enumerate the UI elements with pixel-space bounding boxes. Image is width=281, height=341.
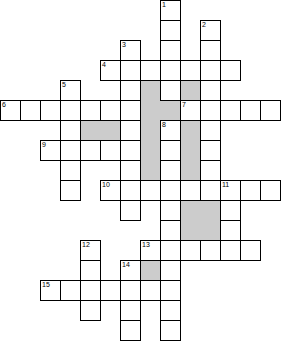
cell-r7c5[interactable]	[100, 140, 121, 161]
cell-r9c5[interactable]: 10	[100, 180, 121, 201]
clue-number-14: 14	[122, 261, 130, 269]
cell-r5c10[interactable]	[200, 100, 221, 121]
cell-r3c7[interactable]	[140, 60, 161, 81]
cell-r10c11[interactable]	[220, 200, 241, 221]
cell-r5c5[interactable]	[100, 100, 121, 121]
cell-r5c12[interactable]	[240, 100, 261, 121]
cell-r5c6[interactable]	[120, 100, 141, 121]
cell-r2c8[interactable]	[160, 40, 181, 61]
cell-r12c4[interactable]: 12	[80, 240, 101, 261]
clue-number-9: 9	[42, 141, 46, 149]
cell-r9c11[interactable]: 11	[220, 180, 241, 201]
cell-r9c9[interactable]	[180, 180, 201, 201]
clue-number-8: 8	[162, 121, 166, 129]
cell-r9c8[interactable]	[160, 180, 181, 201]
cell-r6c10[interactable]	[200, 120, 221, 141]
cell-r3c9[interactable]	[180, 60, 201, 81]
cell-r8c10[interactable]	[200, 160, 221, 181]
clue-number-2: 2	[202, 21, 206, 29]
cell-r14c4[interactable]	[80, 280, 101, 301]
cell-r7c6[interactable]	[120, 140, 141, 161]
cell-r12c7[interactable]: 13	[140, 240, 161, 261]
cell-r4c3[interactable]: 5	[60, 80, 81, 101]
cell-r13c4[interactable]	[80, 260, 101, 281]
cell-r5c11[interactable]	[220, 100, 241, 121]
cell-r3c6[interactable]	[120, 60, 141, 81]
cell-r8c6[interactable]	[120, 160, 141, 181]
cell-r14c5[interactable]	[100, 280, 121, 301]
clue-number-12: 12	[82, 241, 90, 249]
cell-r14c8[interactable]	[160, 280, 181, 301]
shaded-cell-r10c9	[180, 200, 201, 221]
cell-r5c2[interactable]	[40, 100, 61, 121]
cell-r8c8[interactable]	[160, 160, 181, 181]
cell-r3c5[interactable]: 4	[100, 60, 121, 81]
cell-r0c8[interactable]: 1	[160, 0, 181, 21]
cell-r4c6[interactable]	[120, 80, 141, 101]
cell-r10c8[interactable]	[160, 200, 181, 221]
cell-r11c11[interactable]	[220, 220, 241, 241]
cell-r3c11[interactable]	[220, 60, 241, 81]
shaded-cell-r4c7	[140, 80, 161, 101]
cell-r15c6[interactable]	[120, 300, 141, 321]
cell-r16c8[interactable]	[160, 320, 181, 341]
cell-r14c7[interactable]	[140, 280, 161, 301]
crossword-board: 123456789101112131415	[0, 0, 281, 341]
shaded-cell-r10c10	[200, 200, 221, 221]
cell-r2c6[interactable]: 3	[120, 40, 141, 61]
cell-r9c10[interactable]	[200, 180, 221, 201]
cell-r5c3[interactable]	[60, 100, 81, 121]
clue-number-6: 6	[2, 101, 6, 109]
shaded-cell-r5c7	[140, 100, 161, 121]
clue-number-4: 4	[102, 61, 106, 69]
shaded-cell-r7c7	[140, 140, 161, 161]
cell-r15c4[interactable]	[80, 300, 101, 321]
cell-r12c12[interactable]	[240, 240, 261, 261]
cell-r1c8[interactable]	[160, 20, 181, 41]
cell-r12c11[interactable]	[220, 240, 241, 261]
cell-r9c6[interactable]	[120, 180, 141, 201]
cell-r5c9[interactable]: 7	[180, 100, 201, 121]
shaded-cell-r4c9	[180, 80, 201, 101]
cell-r8c3[interactable]	[60, 160, 81, 181]
cell-r14c6[interactable]	[120, 280, 141, 301]
clue-number-5: 5	[62, 81, 66, 89]
cell-r7c2[interactable]: 9	[40, 140, 61, 161]
cell-r5c1[interactable]	[20, 100, 41, 121]
cell-r7c4[interactable]	[80, 140, 101, 161]
shaded-cell-r7c9	[180, 140, 201, 161]
shaded-cell-r6c5	[100, 120, 121, 141]
cell-r6c6[interactable]	[120, 120, 141, 141]
cell-r6c3[interactable]	[60, 120, 81, 141]
cell-r5c13[interactable]	[260, 100, 281, 121]
cell-r10c6[interactable]	[120, 200, 141, 221]
cell-r9c12[interactable]	[240, 180, 261, 201]
shaded-cell-r6c4	[80, 120, 101, 141]
clue-number-11: 11	[222, 181, 229, 189]
clue-number-1: 1	[162, 1, 166, 9]
cell-r12c8[interactable]	[160, 240, 181, 261]
cell-r3c8[interactable]	[160, 60, 181, 81]
cell-r7c8[interactable]	[160, 140, 181, 161]
clue-number-7: 7	[182, 101, 186, 109]
shaded-cell-r5c8	[160, 100, 181, 121]
cell-r15c8[interactable]	[160, 300, 181, 321]
cell-r2c10[interactable]	[200, 40, 221, 61]
shaded-cell-r11c10	[200, 220, 221, 241]
shaded-cell-r6c9	[180, 120, 201, 141]
clue-number-13: 13	[142, 241, 150, 249]
shaded-cell-r6c7	[140, 120, 161, 141]
cell-r9c7[interactable]	[140, 180, 161, 201]
shaded-cell-r11c9	[180, 220, 201, 241]
cell-r9c13[interactable]	[260, 180, 281, 201]
cell-r7c3[interactable]	[60, 140, 81, 161]
cell-r13c6[interactable]: 14	[120, 260, 141, 281]
cell-r5c0[interactable]: 6	[0, 100, 21, 121]
shaded-cell-r8c7	[140, 160, 161, 181]
cell-r1c10[interactable]: 2	[200, 20, 221, 41]
cell-r7c10[interactable]	[200, 140, 221, 161]
cell-r11c8[interactable]	[160, 220, 181, 241]
cell-r12c9[interactable]	[180, 240, 201, 261]
clue-number-15: 15	[42, 281, 50, 289]
shaded-cell-r8c9	[180, 160, 201, 181]
cell-r3c10[interactable]	[200, 60, 221, 81]
cell-r16c6[interactable]	[120, 320, 141, 341]
cell-r6c8[interactable]: 8	[160, 120, 181, 141]
cell-r13c8[interactable]	[160, 260, 181, 281]
cell-r12c10[interactable]	[200, 240, 221, 261]
clue-number-3: 3	[122, 41, 126, 49]
cell-r4c8[interactable]	[160, 80, 181, 101]
cell-r9c3[interactable]	[60, 180, 81, 201]
cell-r14c2[interactable]: 15	[40, 280, 61, 301]
cell-r14c3[interactable]	[60, 280, 81, 301]
cell-r4c10[interactable]	[200, 80, 221, 101]
shaded-cell-r13c7	[140, 260, 161, 281]
cell-r5c4[interactable]	[80, 100, 101, 121]
clue-number-10: 10	[102, 181, 110, 189]
